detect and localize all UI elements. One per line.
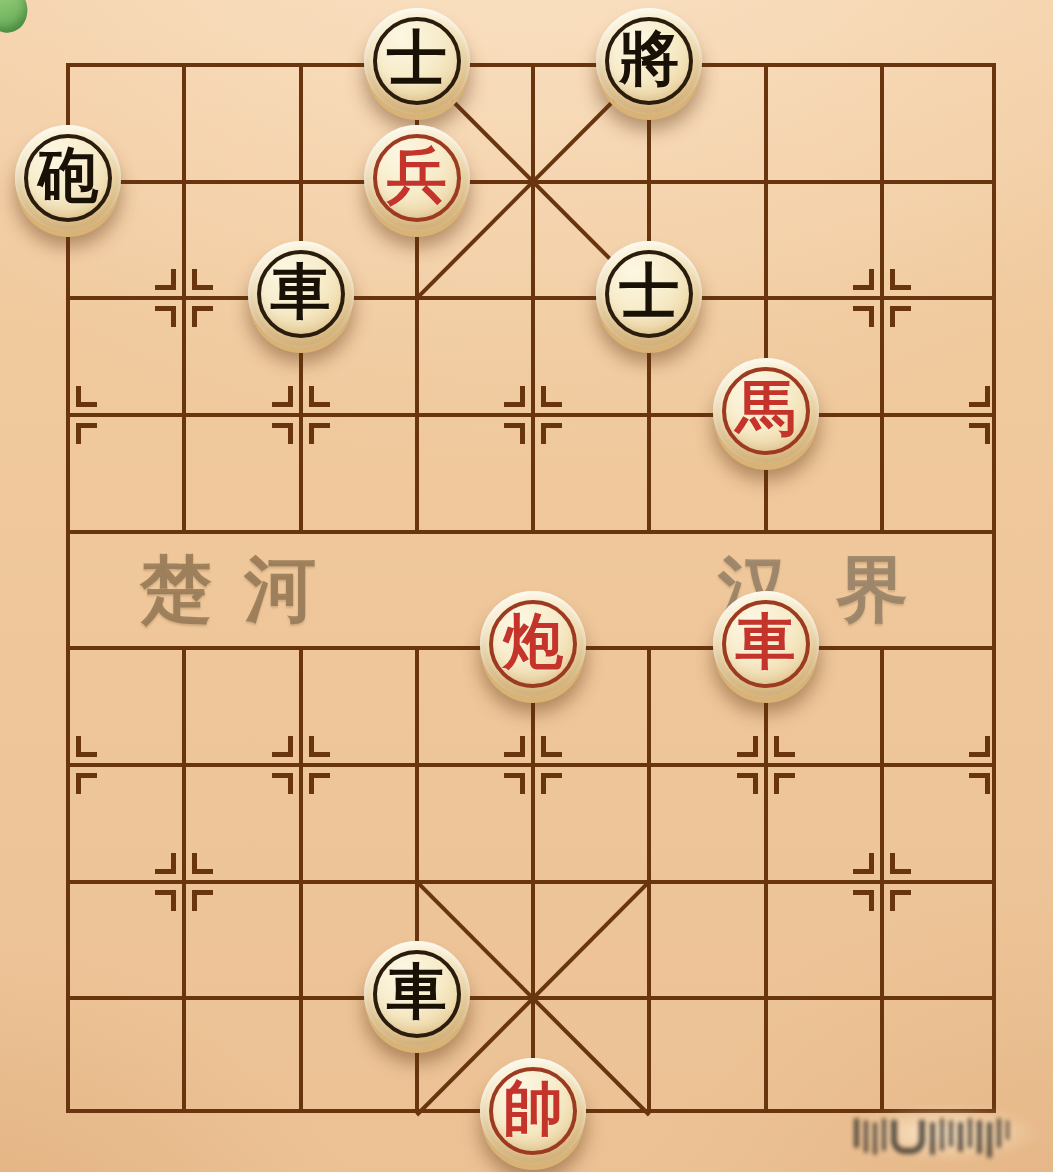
piece-black-cannon[interactable]: 砲: [15, 125, 121, 231]
watermark-stroke: [968, 1118, 972, 1148]
piece-black-chariot[interactable]: 車: [364, 941, 470, 1047]
blurred-watermark: [854, 1118, 1044, 1160]
piece-black-general[interactable]: 將: [596, 8, 702, 114]
plant-leaf-decoration: [0, 0, 34, 38]
piece-red-general[interactable]: 帥: [480, 1058, 586, 1164]
watermark-stroke: [949, 1120, 953, 1147]
pieces-layer: 士將砲兵車士馬炮車車帥: [66, 63, 996, 1113]
watermark-stroke: [873, 1122, 877, 1155]
xiangqi-board: 楚河 汉界 士將砲兵車士馬炮車車帥: [66, 63, 996, 1113]
piece-red-soldier[interactable]: 兵: [364, 125, 470, 231]
watermark-stroke: [977, 1120, 982, 1154]
piece-label: 車: [387, 962, 447, 1022]
watermark-stroke: [930, 1122, 935, 1155]
piece-label: 車: [736, 612, 796, 672]
piece-red-horse[interactable]: 馬: [713, 358, 819, 464]
piece-label: 兵: [387, 146, 447, 206]
xiangqi-app: 楚河 汉界 士將砲兵車士馬炮車車帥: [0, 0, 1053, 1172]
piece-label: 馬: [736, 379, 796, 439]
watermark-stroke: [1006, 1120, 1009, 1140]
watermark-stroke: [891, 1120, 925, 1154]
piece-label: 士: [387, 29, 447, 89]
piece-label: 將: [619, 29, 679, 89]
piece-black-advisor[interactable]: 士: [364, 8, 470, 114]
watermark-stroke: [864, 1120, 868, 1153]
piece-black-advisor[interactable]: 士: [596, 241, 702, 347]
watermark-stroke: [854, 1118, 859, 1148]
piece-black-chariot[interactable]: 車: [248, 241, 354, 347]
piece-red-cannon[interactable]: 炮: [480, 591, 586, 697]
piece-label: 車: [271, 262, 331, 322]
piece-label: 炮: [503, 612, 563, 672]
watermark-stroke: [987, 1122, 992, 1158]
watermark-stroke: [940, 1118, 944, 1151]
piece-label: 砲: [38, 146, 98, 206]
piece-red-chariot[interactable]: 車: [713, 591, 819, 697]
piece-label: 士: [619, 262, 679, 322]
watermark-stroke: [882, 1118, 886, 1151]
watermark-stroke: [997, 1118, 1001, 1148]
watermark-stroke: [958, 1122, 963, 1152]
piece-label: 帥: [503, 1079, 563, 1139]
